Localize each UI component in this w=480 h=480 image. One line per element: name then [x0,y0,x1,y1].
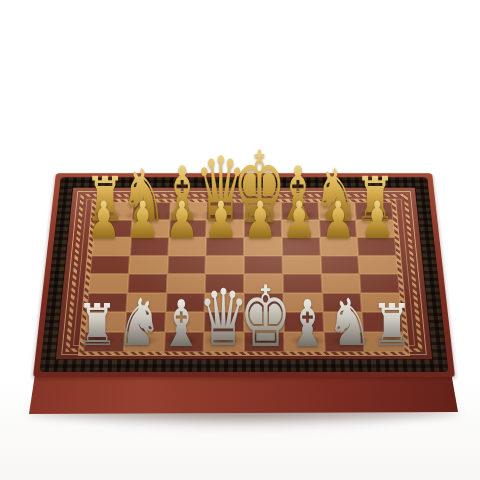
square-b5[interactable] [128,255,167,273]
square-g5[interactable] [320,255,359,273]
piece-gold-pawn-f7[interactable]: ♟ [282,194,316,245]
square-d5[interactable] [205,255,244,273]
square-h5[interactable] [358,255,398,273]
piece-gold-pawn-h7[interactable]: ♟ [360,194,394,245]
piece-silver-knight-g1[interactable]: ♞ [326,290,373,355]
piece-gold-pawn-a7[interactable]: ♟ [87,194,121,245]
piece-gold-pawn-b7[interactable]: ♟ [126,194,160,245]
piece-gold-pawn-e7[interactable]: ♟ [243,194,277,245]
piece-gold-pawn-c7[interactable]: ♟ [165,194,199,245]
piece-silver-bishop-f1[interactable]: ♝ [286,290,329,355]
piece-silver-king-e1[interactable]: ♚ [240,275,292,359]
square-c5[interactable] [167,255,206,273]
square-a5[interactable] [90,255,130,273]
piece-gold-pawn-d7[interactable]: ♟ [204,194,238,245]
piece-silver-bishop-c1[interactable]: ♝ [160,290,203,355]
piece-silver-rook-a1[interactable]: ♜ [76,296,117,354]
chess-set-photo: ♜♞♝♛♚♝♞♜♟♟♟♟♟♟♟♟♜♞♝♛♚♝♞♜ [0,0,480,480]
piece-silver-knight-b1[interactable]: ♞ [116,290,163,355]
piece-silver-rook-h1[interactable]: ♜ [371,296,412,354]
piece-gold-pawn-g7[interactable]: ♟ [321,194,355,245]
